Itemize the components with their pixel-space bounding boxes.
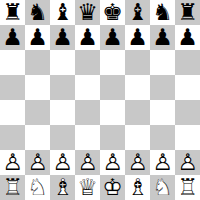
square-h1[interactable]: ♜♖ [175,175,200,200]
piece-black-pawn[interactable]: ♟ [52,26,73,49]
square-e4[interactable] [100,100,125,125]
square-b4[interactable] [25,100,50,125]
piece-white-pawn[interactable]: ♟♙ [152,151,173,174]
square-b7[interactable]: ♟ [25,25,50,50]
piece-black-pawn[interactable]: ♟ [27,26,48,49]
white-piece-outline-layer: ♗ [52,174,73,200]
piece-black-pawn[interactable]: ♟ [152,26,173,49]
piece-black-bishop[interactable]: ♝ [127,1,148,24]
white-piece-outline-layer: ♔ [102,174,123,200]
square-h2[interactable]: ♟♙ [175,150,200,175]
square-e3[interactable] [100,125,125,150]
square-d7[interactable]: ♟ [75,25,100,50]
square-b5[interactable] [25,75,50,100]
piece-white-pawn[interactable]: ♟♙ [127,151,148,174]
white-piece-outline-layer: ♙ [52,149,73,175]
white-piece-outline-layer: ♖ [177,174,198,200]
square-f2[interactable]: ♟♙ [125,150,150,175]
white-piece-outline-layer: ♘ [152,174,173,200]
white-piece-outline-layer: ♘ [27,174,48,200]
piece-white-bishop[interactable]: ♝♗ [127,176,148,199]
piece-black-knight[interactable]: ♞ [27,1,48,24]
square-f8[interactable]: ♝ [125,0,150,25]
square-f3[interactable] [125,125,150,150]
piece-white-bishop[interactable]: ♝♗ [52,176,73,199]
piece-white-rook[interactable]: ♜♖ [2,176,23,199]
square-e7[interactable]: ♟ [100,25,125,50]
square-b8[interactable]: ♞ [25,0,50,25]
white-piece-outline-layer: ♖ [2,174,23,200]
piece-black-pawn[interactable]: ♟ [2,26,23,49]
white-piece-outline-layer: ♙ [77,149,98,175]
square-h7[interactable]: ♟ [175,25,200,50]
square-f1[interactable]: ♝♗ [125,175,150,200]
piece-white-rook[interactable]: ♜♖ [177,176,198,199]
square-d4[interactable] [75,100,100,125]
square-d3[interactable] [75,125,100,150]
square-c5[interactable] [50,75,75,100]
square-h5[interactable] [175,75,200,100]
white-piece-outline-layer: ♙ [2,149,23,175]
square-g4[interactable] [150,100,175,125]
square-g2[interactable]: ♟♙ [150,150,175,175]
square-g1[interactable]: ♞♘ [150,175,175,200]
white-piece-outline-layer: ♙ [27,149,48,175]
square-c4[interactable] [50,100,75,125]
square-c8[interactable]: ♝ [50,0,75,25]
square-g7[interactable]: ♟ [150,25,175,50]
square-a3[interactable] [0,125,25,150]
square-g5[interactable] [150,75,175,100]
square-g3[interactable] [150,125,175,150]
square-b6[interactable] [25,50,50,75]
piece-white-pawn[interactable]: ♟♙ [2,151,23,174]
piece-black-knight[interactable]: ♞ [152,1,173,24]
square-h4[interactable] [175,100,200,125]
square-c2[interactable]: ♟♙ [50,150,75,175]
square-c6[interactable] [50,50,75,75]
square-d2[interactable]: ♟♙ [75,150,100,175]
chess-board: ♜♞♝♛♚♝♞♜♟♟♟♟♟♟♟♟♟♙♟♙♟♙♟♙♟♙♟♙♟♙♟♙♜♖♞♘♝♗♛♕… [0,0,200,200]
piece-white-pawn[interactable]: ♟♙ [77,151,98,174]
square-b3[interactable] [25,125,50,150]
piece-black-rook[interactable]: ♜ [2,1,23,24]
square-f6[interactable] [125,50,150,75]
square-c7[interactable]: ♟ [50,25,75,50]
square-h8[interactable]: ♜ [175,0,200,25]
square-h3[interactable] [175,125,200,150]
square-h6[interactable] [175,50,200,75]
piece-black-king[interactable]: ♚ [102,1,123,24]
square-d6[interactable] [75,50,100,75]
square-a1[interactable]: ♜♖ [0,175,25,200]
white-piece-outline-layer: ♙ [152,149,173,175]
white-piece-outline-layer: ♙ [102,149,123,175]
piece-white-pawn[interactable]: ♟♙ [102,151,123,174]
square-a4[interactable] [0,100,25,125]
square-e2[interactable]: ♟♙ [100,150,125,175]
square-e8[interactable]: ♚ [100,0,125,25]
piece-white-queen[interactable]: ♛♕ [77,176,98,199]
square-a2[interactable]: ♟♙ [0,150,25,175]
piece-black-pawn[interactable]: ♟ [177,26,198,49]
square-e6[interactable] [100,50,125,75]
piece-white-pawn[interactable]: ♟♙ [27,151,48,174]
square-a6[interactable] [0,50,25,75]
white-piece-outline-layer: ♕ [77,174,98,200]
white-piece-outline-layer: ♙ [177,149,198,175]
piece-black-pawn[interactable]: ♟ [102,26,123,49]
square-c1[interactable]: ♝♗ [50,175,75,200]
square-a7[interactable]: ♟ [0,25,25,50]
square-a5[interactable] [0,75,25,100]
white-piece-outline-layer: ♗ [127,174,148,200]
piece-white-knight[interactable]: ♞♘ [152,176,173,199]
square-g6[interactable] [150,50,175,75]
square-d8[interactable]: ♛ [75,0,100,25]
square-g8[interactable]: ♞ [150,0,175,25]
piece-black-pawn[interactable]: ♟ [77,26,98,49]
piece-white-pawn[interactable]: ♟♙ [52,151,73,174]
square-b1[interactable]: ♞♘ [25,175,50,200]
square-e1[interactable]: ♚♔ [100,175,125,200]
piece-black-rook[interactable]: ♜ [177,1,198,24]
white-piece-outline-layer: ♙ [127,149,148,175]
square-c3[interactable] [50,125,75,150]
piece-white-knight[interactable]: ♞♘ [27,176,48,199]
square-d5[interactable] [75,75,100,100]
square-a8[interactable]: ♜ [0,0,25,25]
piece-black-queen[interactable]: ♛ [77,1,98,24]
square-d1[interactable]: ♛♕ [75,175,100,200]
piece-white-pawn[interactable]: ♟♙ [177,151,198,174]
square-f7[interactable]: ♟ [125,25,150,50]
square-f4[interactable] [125,100,150,125]
piece-black-bishop[interactable]: ♝ [52,1,73,24]
square-e5[interactable] [100,75,125,100]
square-b2[interactable]: ♟♙ [25,150,50,175]
piece-white-king[interactable]: ♚♔ [102,176,123,199]
square-f5[interactable] [125,75,150,100]
piece-black-pawn[interactable]: ♟ [127,26,148,49]
